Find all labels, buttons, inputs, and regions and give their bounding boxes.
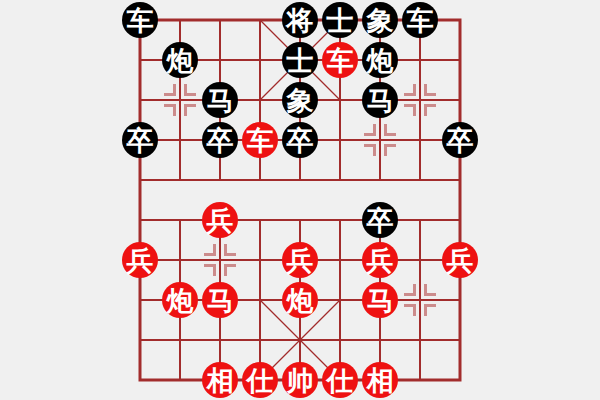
- marker-corner: [424, 84, 436, 96]
- point-marker: [204, 244, 236, 276]
- black-horse[interactable]: 马: [202, 82, 238, 118]
- red-horse[interactable]: 马: [202, 282, 238, 318]
- point-marker: [364, 124, 396, 156]
- marker-corner: [224, 264, 236, 276]
- red-cannon[interactable]: 炮: [282, 282, 318, 318]
- black-elephant[interactable]: 象: [362, 2, 398, 38]
- marker-corner: [184, 104, 196, 116]
- red-soldier[interactable]: 兵: [442, 242, 478, 278]
- black-soldier[interactable]: 卒: [362, 202, 398, 238]
- marker-corner: [424, 304, 436, 316]
- marker-corner: [204, 244, 216, 256]
- red-general[interactable]: 帅: [282, 362, 318, 398]
- red-chariot[interactable]: 车: [242, 122, 278, 158]
- marker-corner: [404, 84, 416, 96]
- black-soldier[interactable]: 卒: [442, 122, 478, 158]
- black-soldier[interactable]: 卒: [282, 122, 318, 158]
- marker-corner: [404, 284, 416, 296]
- point-marker: [404, 284, 436, 316]
- marker-corner: [184, 84, 196, 96]
- red-elephant[interactable]: 相: [202, 362, 238, 398]
- marker-corner: [384, 144, 396, 156]
- board-grid[interactable]: 车将士象车炮士炮马象马卒卒卒卒卒车车兵兵兵兵兵炮马炮马相仕帅仕相: [120, 0, 480, 400]
- red-soldier[interactable]: 兵: [202, 202, 238, 238]
- marker-corner: [364, 124, 376, 136]
- marker-corner: [384, 124, 396, 136]
- red-cannon[interactable]: 炮: [162, 282, 198, 318]
- marker-corner: [364, 144, 376, 156]
- black-chariot[interactable]: 车: [122, 2, 158, 38]
- marker-corner: [404, 104, 416, 116]
- black-elephant[interactable]: 象: [282, 82, 318, 118]
- marker-corner: [224, 244, 236, 256]
- black-advisor[interactable]: 士: [282, 42, 318, 78]
- black-soldier[interactable]: 卒: [202, 122, 238, 158]
- red-horse[interactable]: 马: [362, 282, 398, 318]
- marker-corner: [404, 304, 416, 316]
- red-soldier[interactable]: 兵: [362, 242, 398, 278]
- xiangqi-app: 车将士象车炮士炮马象马卒卒卒卒卒车车兵兵兵兵兵炮马炮马相仕帅仕相: [0, 0, 600, 400]
- black-chariot[interactable]: 车: [402, 2, 438, 38]
- point-marker: [164, 84, 196, 116]
- red-advisor[interactable]: 仕: [242, 362, 278, 398]
- marker-corner: [164, 104, 176, 116]
- marker-corner: [164, 84, 176, 96]
- marker-corner: [424, 104, 436, 116]
- black-cannon[interactable]: 炮: [162, 42, 198, 78]
- point-marker: [404, 84, 436, 116]
- black-soldier[interactable]: 卒: [122, 122, 158, 158]
- red-chariot[interactable]: 车: [322, 42, 358, 78]
- black-advisor[interactable]: 士: [322, 2, 358, 38]
- red-soldier[interactable]: 兵: [282, 242, 318, 278]
- black-cannon[interactable]: 炮: [362, 42, 398, 78]
- red-advisor[interactable]: 仕: [322, 362, 358, 398]
- black-general[interactable]: 将: [282, 2, 318, 38]
- marker-corner: [424, 284, 436, 296]
- marker-corner: [204, 264, 216, 276]
- red-soldier[interactable]: 兵: [122, 242, 158, 278]
- black-horse[interactable]: 马: [362, 82, 398, 118]
- xiangqi-board: 车将士象车炮士炮马象马卒卒卒卒卒车车兵兵兵兵兵炮马炮马相仕帅仕相: [120, 0, 480, 400]
- red-elephant[interactable]: 相: [362, 362, 398, 398]
